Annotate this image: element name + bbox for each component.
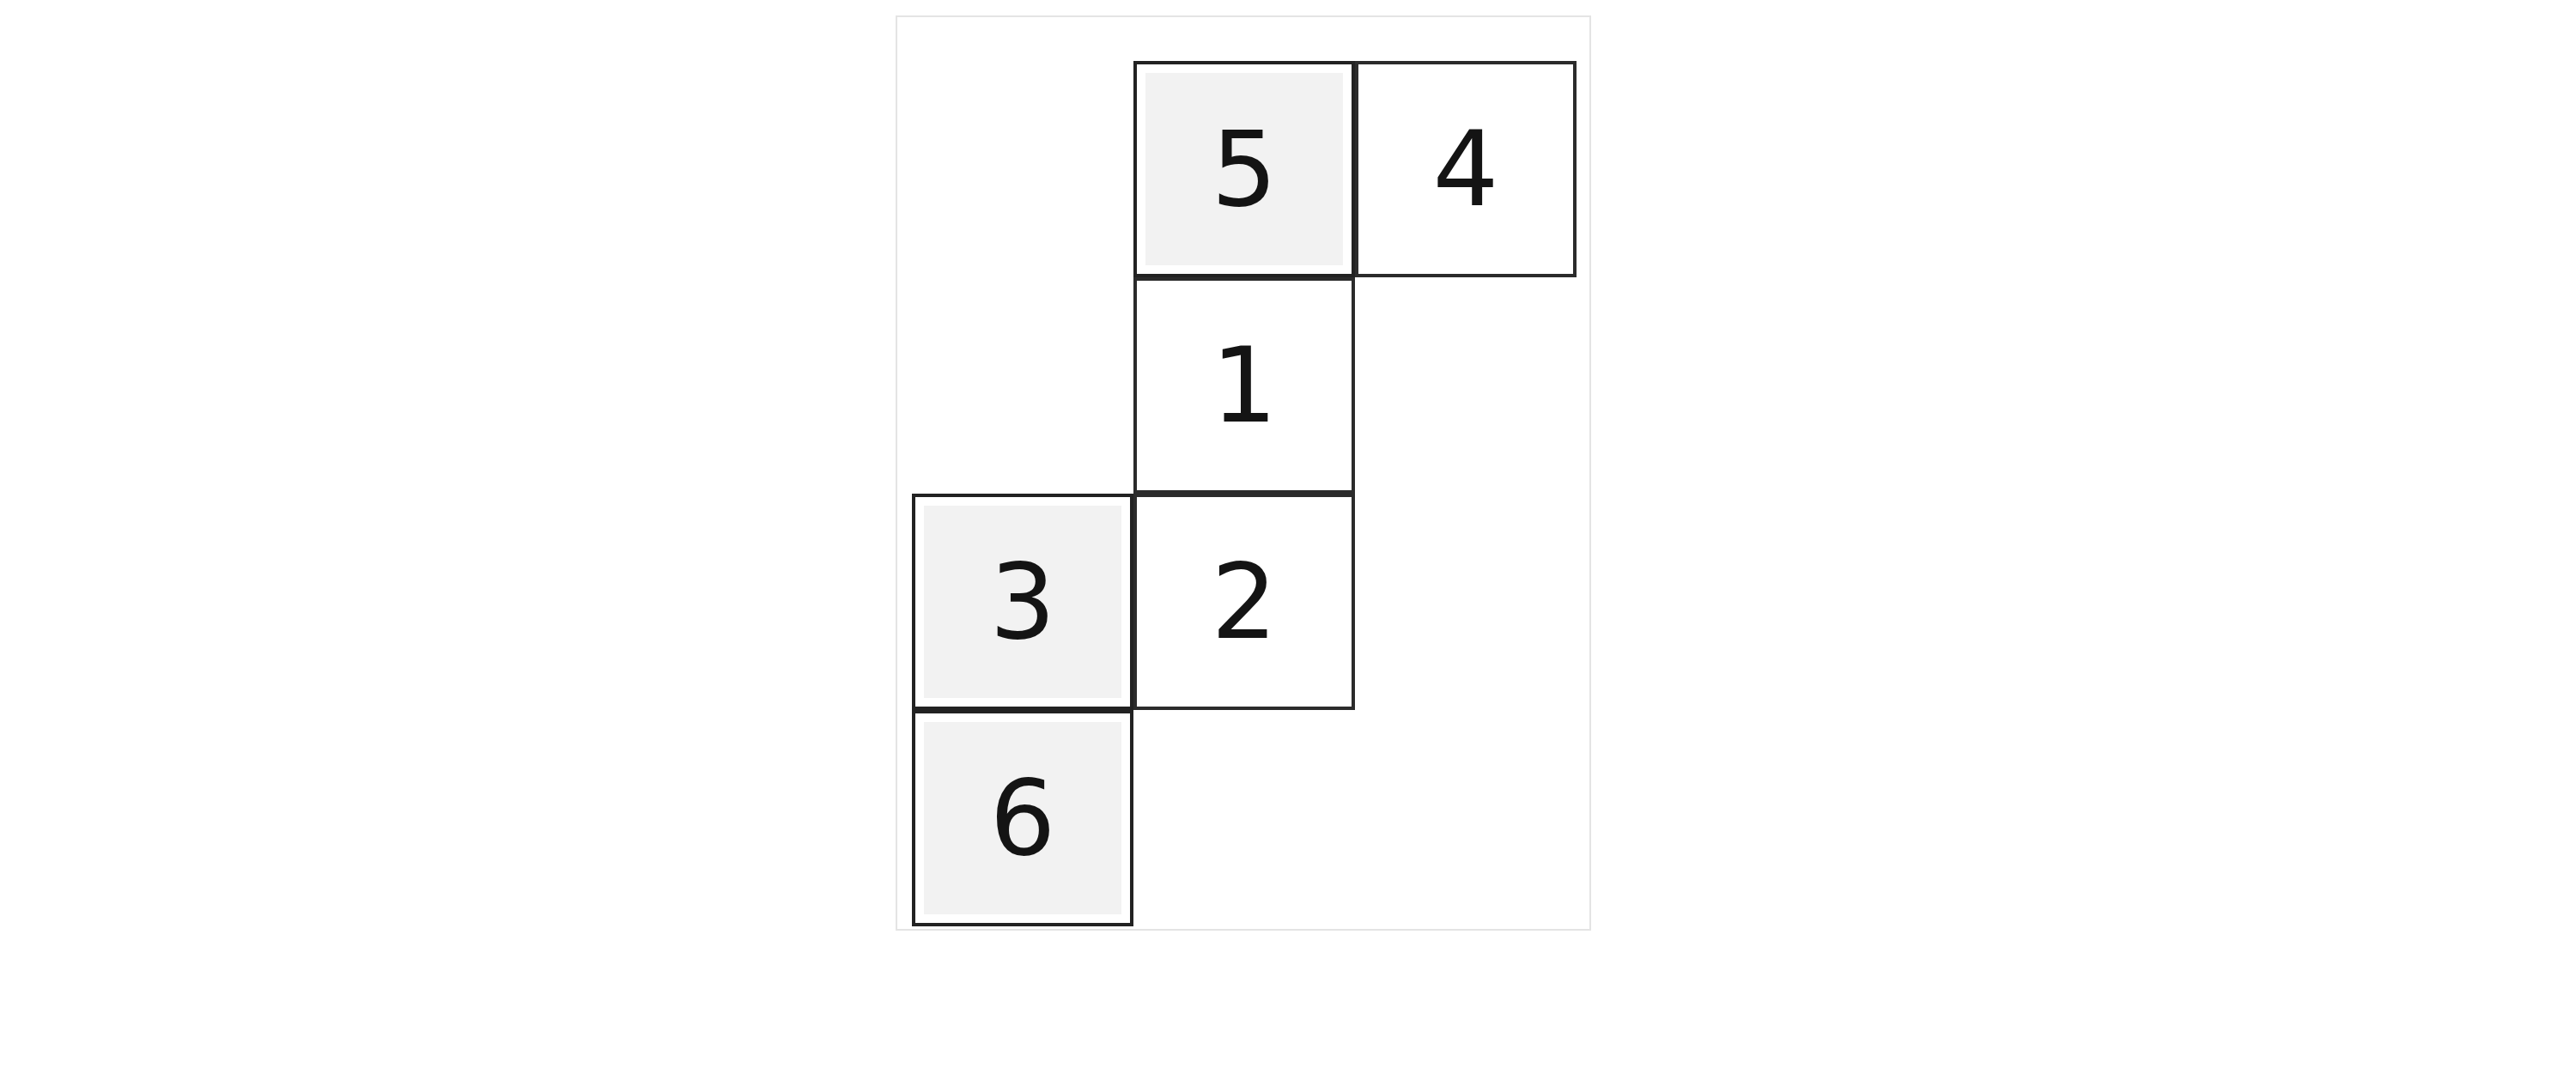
net-cell-face-1: 1: [1133, 277, 1355, 494]
net-cell-face-2: 2: [1133, 494, 1355, 710]
worksheet-panel: 5 4 1 3 2 6: [896, 15, 1591, 931]
net-cell-face-3: 3: [912, 494, 1133, 710]
face-4-number: 4: [1433, 118, 1499, 221]
page-background: 5 4 1 3 2 6: [0, 0, 2576, 1068]
face-1-number: 1: [1212, 334, 1278, 438]
net-cell-face-4: 4: [1355, 61, 1577, 277]
net-cell-face-6: 6: [912, 710, 1133, 926]
face-3-number: 3: [990, 550, 1056, 654]
face-5-number: 5: [1212, 118, 1278, 221]
face-6-number: 6: [990, 767, 1056, 871]
net-cell-face-5: 5: [1133, 61, 1355, 277]
face-2-number: 2: [1212, 550, 1278, 654]
